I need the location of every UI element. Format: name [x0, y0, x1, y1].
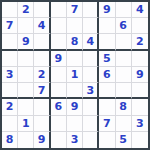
- cell-r6c5[interactable]: [67, 83, 83, 99]
- cell-r6c6[interactable]: 3: [83, 83, 99, 99]
- cell-r3c7[interactable]: [99, 34, 115, 50]
- cell-r8c1[interactable]: [2, 116, 18, 132]
- cell-r4c3[interactable]: [34, 51, 50, 67]
- cell-r4c9[interactable]: [132, 51, 148, 67]
- cell-r9c7[interactable]: [99, 132, 115, 148]
- cell-r3c8[interactable]: [116, 34, 132, 50]
- cell-r6c7[interactable]: [99, 83, 115, 99]
- cell-r1c1[interactable]: [2, 2, 18, 18]
- cell-r8c3[interactable]: [34, 116, 50, 132]
- cell-r9c2[interactable]: [18, 132, 34, 148]
- cell-r5c9[interactable]: 9: [132, 67, 148, 83]
- cell-r3c5[interactable]: 8: [67, 34, 83, 50]
- cell-r1c6[interactable]: [83, 2, 99, 18]
- cell-r6c4[interactable]: [51, 83, 67, 99]
- cell-r5c4[interactable]: [51, 67, 67, 83]
- cell-r4c8[interactable]: [116, 51, 132, 67]
- cell-r2c9[interactable]: [132, 18, 148, 34]
- cell-r5c7[interactable]: 6: [99, 67, 115, 83]
- cell-r3c9[interactable]: 2: [132, 34, 148, 50]
- cell-r4c1[interactable]: [2, 51, 18, 67]
- cell-r6c2[interactable]: [18, 83, 34, 99]
- cell-r2c1[interactable]: 7: [2, 18, 18, 34]
- cell-r4c5[interactable]: [67, 51, 83, 67]
- cell-r5c5[interactable]: 1: [67, 67, 83, 83]
- cell-r9c9[interactable]: [132, 132, 148, 148]
- cell-r9c5[interactable]: 3: [67, 132, 83, 148]
- cell-r1c7[interactable]: 9: [99, 2, 115, 18]
- cell-r4c4[interactable]: 9: [51, 51, 67, 67]
- cell-r9c6[interactable]: [83, 132, 99, 148]
- cell-r2c4[interactable]: [51, 18, 67, 34]
- cell-r3c6[interactable]: 4: [83, 34, 99, 50]
- cell-r2c7[interactable]: [99, 18, 115, 34]
- cell-r2c5[interactable]: [67, 18, 83, 34]
- sudoku-board: 2794746984295321697326981738935: [0, 0, 150, 150]
- cell-r6c9[interactable]: [132, 83, 148, 99]
- cell-r7c6[interactable]: [83, 99, 99, 115]
- cell-r8c4[interactable]: [51, 116, 67, 132]
- cell-r5c3[interactable]: 2: [34, 67, 50, 83]
- cell-r8c7[interactable]: 7: [99, 116, 115, 132]
- cell-r6c8[interactable]: [116, 83, 132, 99]
- cell-r3c3[interactable]: [34, 34, 50, 50]
- cell-r7c3[interactable]: [34, 99, 50, 115]
- cell-r9c8[interactable]: 5: [116, 132, 132, 148]
- cell-r2c3[interactable]: 4: [34, 18, 50, 34]
- cell-r5c8[interactable]: [116, 67, 132, 83]
- cell-r1c5[interactable]: 7: [67, 2, 83, 18]
- cell-r4c6[interactable]: [83, 51, 99, 67]
- cell-r9c3[interactable]: 9: [34, 132, 50, 148]
- cell-r2c8[interactable]: 6: [116, 18, 132, 34]
- cell-r3c1[interactable]: [2, 34, 18, 50]
- cell-r1c8[interactable]: [116, 2, 132, 18]
- cell-r8c5[interactable]: [67, 116, 83, 132]
- cell-r9c4[interactable]: [51, 132, 67, 148]
- cell-r7c1[interactable]: 2: [2, 99, 18, 115]
- cell-r7c9[interactable]: [132, 99, 148, 115]
- cell-r7c5[interactable]: 9: [67, 99, 83, 115]
- cell-r9c1[interactable]: 8: [2, 132, 18, 148]
- cell-r6c1[interactable]: [2, 83, 18, 99]
- cell-r1c3[interactable]: [34, 2, 50, 18]
- cell-r3c4[interactable]: [51, 34, 67, 50]
- cell-r1c2[interactable]: 2: [18, 2, 34, 18]
- cell-r8c2[interactable]: 1: [18, 116, 34, 132]
- cell-r7c4[interactable]: 6: [51, 99, 67, 115]
- cell-r7c7[interactable]: [99, 99, 115, 115]
- cell-r5c2[interactable]: [18, 67, 34, 83]
- cell-r3c2[interactable]: 9: [18, 34, 34, 50]
- cell-r1c9[interactable]: 4: [132, 2, 148, 18]
- cell-r4c2[interactable]: [18, 51, 34, 67]
- cell-r1c4[interactable]: [51, 2, 67, 18]
- cell-r7c2[interactable]: [18, 99, 34, 115]
- cell-r2c2[interactable]: [18, 18, 34, 34]
- cell-r8c9[interactable]: 3: [132, 116, 148, 132]
- cell-r5c1[interactable]: 3: [2, 67, 18, 83]
- cell-r8c8[interactable]: [116, 116, 132, 132]
- cell-r7c8[interactable]: 8: [116, 99, 132, 115]
- cell-r5c6[interactable]: [83, 67, 99, 83]
- cell-r8c6[interactable]: [83, 116, 99, 132]
- cell-r6c3[interactable]: 7: [34, 83, 50, 99]
- cell-r4c7[interactable]: 5: [99, 51, 115, 67]
- cell-r2c6[interactable]: [83, 18, 99, 34]
